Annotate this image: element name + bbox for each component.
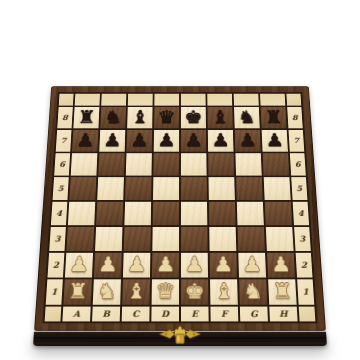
coord-rank-right-3: 3 — [294, 227, 311, 251]
coord-top-cell-a — [75, 94, 100, 106]
square-e7: ♟ — [181, 130, 206, 152]
frame-corner-top-left — [59, 94, 74, 106]
square-b1: ♞ — [93, 279, 121, 304]
square-b6 — [98, 153, 124, 175]
piece-black-pawn: ♟ — [76, 131, 95, 149]
piece-white-pawn: ♟ — [184, 254, 204, 274]
frame-corner-top-right — [286, 94, 301, 106]
piece-white-knight: ♞ — [96, 281, 117, 302]
coord-rank-left-4: 4 — [51, 202, 67, 225]
coord-file-d: D — [151, 307, 179, 322]
board-front-edge — [33, 332, 327, 346]
square-a7: ♟ — [72, 130, 98, 152]
square-e3 — [181, 227, 208, 251]
square-h6 — [263, 153, 290, 175]
coord-rank-right-8: 8 — [287, 107, 303, 128]
square-d1: ♛ — [152, 279, 179, 304]
square-e4 — [181, 202, 207, 225]
piece-black-rook: ♜ — [264, 108, 283, 125]
square-h1: ♜ — [268, 279, 297, 304]
square-c1: ♝ — [122, 279, 150, 304]
piece-black-knight: ♞ — [104, 108, 123, 125]
square-h4 — [265, 202, 292, 225]
square-a8: ♜ — [73, 107, 99, 128]
piece-white-bishop: ♝ — [126, 281, 147, 302]
piece-black-king: ♚ — [184, 108, 202, 125]
coord-rank-right-5: 5 — [291, 177, 307, 200]
piece-white-pawn: ♟ — [271, 254, 292, 274]
coord-rank-left-6: 6 — [54, 153, 70, 175]
square-f3 — [209, 227, 236, 251]
square-a5 — [69, 177, 96, 200]
square-c2: ♟ — [123, 253, 150, 278]
frame-corner-bottom-left — [45, 307, 62, 322]
square-d4 — [153, 202, 179, 225]
square-e6 — [181, 153, 207, 175]
square-d5 — [153, 177, 179, 200]
square-g7: ♟ — [235, 130, 261, 152]
piece-black-pawn: ♟ — [238, 131, 257, 149]
coord-top-cell-c — [128, 94, 153, 106]
coord-rank-right-6: 6 — [290, 153, 306, 175]
square-a1: ♜ — [63, 279, 92, 304]
coord-top-cell-g — [234, 94, 259, 106]
square-d7: ♟ — [154, 130, 179, 152]
piece-black-pawn: ♟ — [265, 131, 284, 149]
square-e8: ♚ — [181, 107, 206, 128]
piece-white-pawn: ♟ — [242, 254, 263, 274]
piece-white-pawn: ♟ — [127, 254, 147, 274]
square-f4 — [209, 202, 236, 225]
square-c5 — [125, 177, 151, 200]
coord-rank-left-5: 5 — [53, 177, 69, 200]
piece-white-king: ♚ — [185, 281, 205, 302]
coord-top-cell-h — [260, 94, 285, 106]
piece-black-pawn: ♟ — [130, 131, 149, 149]
square-b5 — [97, 177, 124, 200]
square-c4 — [124, 202, 151, 225]
square-a3 — [66, 227, 94, 251]
piece-white-pawn: ♟ — [213, 254, 233, 274]
frame-corner-bottom-right — [299, 307, 316, 322]
coord-top-cell-b — [101, 94, 126, 106]
square-d2: ♟ — [152, 253, 179, 278]
square-g1: ♞ — [239, 279, 267, 304]
square-g6 — [235, 153, 261, 175]
piece-black-pawn: ♟ — [157, 131, 176, 149]
square-g2: ♟ — [238, 253, 266, 278]
folding-chess-board: 8♜♞♝♛♚♝♞♜87♟♟♟♟♟♟♟♟7665544332♟♟♟♟♟♟♟♟21♜… — [33, 86, 327, 346]
square-e2: ♟ — [181, 253, 208, 278]
square-c3 — [124, 227, 151, 251]
square-a2: ♟ — [65, 253, 93, 278]
square-f1: ♝ — [210, 279, 238, 304]
square-d3 — [152, 227, 179, 251]
coord-rank-left-2: 2 — [47, 253, 64, 278]
coord-top-cell-f — [207, 94, 232, 106]
coord-file-c: C — [122, 307, 150, 322]
square-c8: ♝ — [127, 107, 152, 128]
square-e5 — [181, 177, 207, 200]
coord-file-h: H — [269, 307, 297, 322]
piece-white-pawn: ♟ — [156, 254, 176, 274]
square-b8: ♞ — [100, 107, 126, 128]
piece-black-rook: ♜ — [77, 108, 96, 125]
coord-rank-left-1: 1 — [46, 279, 63, 304]
square-h2: ♟ — [267, 253, 295, 278]
square-f2: ♟ — [210, 253, 237, 278]
coord-file-f: F — [210, 307, 238, 322]
square-g4 — [237, 202, 264, 225]
square-h7: ♟ — [262, 130, 288, 152]
coord-file-g: G — [240, 307, 268, 322]
coord-file-a: A — [62, 307, 90, 322]
square-b7: ♟ — [99, 130, 125, 152]
square-g3 — [238, 227, 265, 251]
square-f5 — [209, 177, 235, 200]
square-f8: ♝ — [207, 107, 232, 128]
square-f7: ♟ — [208, 130, 234, 152]
coord-rank-right-2: 2 — [296, 253, 313, 278]
square-a4 — [68, 202, 95, 225]
piece-white-bishop: ♝ — [214, 281, 235, 302]
coord-rank-left-3: 3 — [49, 227, 66, 251]
piece-black-knight: ♞ — [237, 108, 256, 125]
coord-rank-right-4: 4 — [293, 202, 309, 225]
square-h3 — [266, 227, 294, 251]
piece-white-queen: ♛ — [155, 281, 175, 302]
square-d6 — [153, 153, 179, 175]
coord-file-e: E — [181, 307, 209, 322]
square-h8: ♜ — [261, 107, 287, 128]
board-frame: 8♜♞♝♛♚♝♞♜87♟♟♟♟♟♟♟♟7665544332♟♟♟♟♟♟♟♟21♜… — [34, 86, 326, 330]
square-b2: ♟ — [94, 253, 122, 278]
square-g8: ♞ — [234, 107, 260, 128]
piece-black-pawn: ♟ — [103, 131, 122, 149]
square-c6 — [126, 153, 152, 175]
square-g5 — [236, 177, 263, 200]
piece-white-knight: ♞ — [243, 281, 264, 302]
square-a6 — [71, 153, 98, 175]
chess-set-photo: 8♜♞♝♛♚♝♞♜87♟♟♟♟♟♟♟♟7665544332♟♟♟♟♟♟♟♟21♜… — [0, 0, 360, 360]
square-d8: ♛ — [154, 107, 179, 128]
coord-rank-right-1: 1 — [297, 279, 314, 304]
piece-white-rook: ♜ — [67, 281, 88, 302]
piece-white-rook: ♜ — [272, 281, 293, 302]
piece-black-pawn: ♟ — [211, 131, 230, 149]
coord-top-cell-e — [181, 94, 206, 106]
square-b4 — [96, 202, 123, 225]
coord-top-cell-d — [154, 94, 179, 106]
coord-rank-left-7: 7 — [56, 130, 72, 152]
square-e1: ♚ — [181, 279, 208, 304]
board-grid: 8♜♞♝♛♚♝♞♜87♟♟♟♟♟♟♟♟7665544332♟♟♟♟♟♟♟♟21♜… — [43, 92, 318, 323]
piece-black-bishop: ♝ — [131, 108, 150, 125]
coord-file-b: B — [92, 307, 120, 322]
piece-black-pawn: ♟ — [184, 131, 203, 149]
piece-white-pawn: ♟ — [69, 254, 90, 274]
square-c7: ♟ — [126, 130, 152, 152]
piece-white-pawn: ♟ — [98, 254, 119, 274]
coord-rank-left-8: 8 — [57, 107, 73, 128]
square-b3 — [95, 227, 122, 251]
piece-black-queen: ♛ — [157, 108, 175, 125]
piece-black-bishop: ♝ — [211, 108, 230, 125]
square-h5 — [264, 177, 291, 200]
brass-clasp-icon — [157, 324, 203, 347]
square-f6 — [208, 153, 234, 175]
coord-rank-right-7: 7 — [289, 130, 305, 152]
